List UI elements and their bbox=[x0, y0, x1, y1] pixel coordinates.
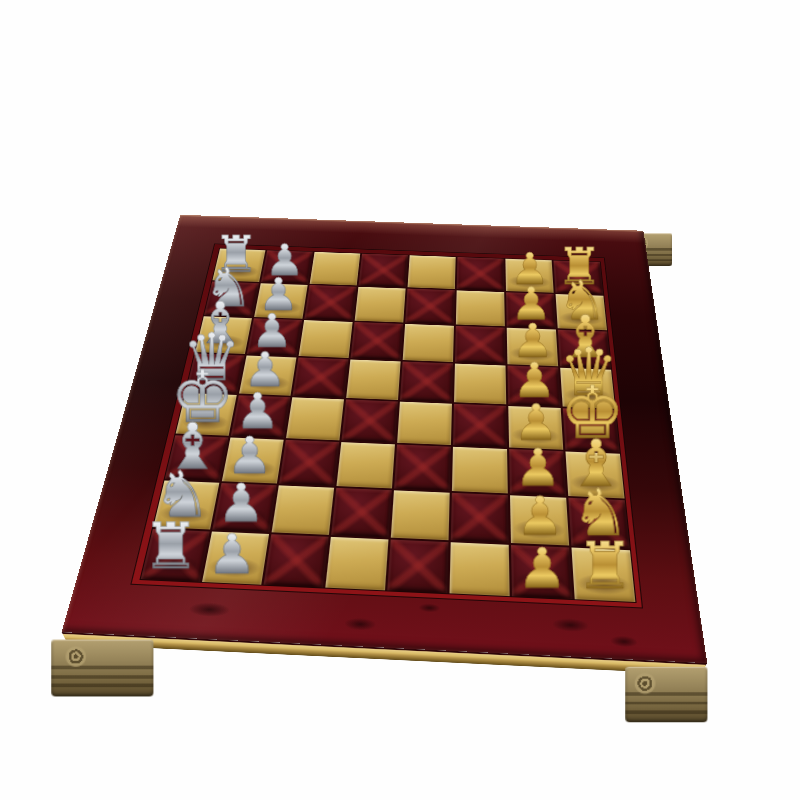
square-h2[interactable]: ♟ bbox=[511, 545, 572, 599]
piece-black-rook-h8[interactable]: ♜ bbox=[142, 514, 199, 578]
square-h4[interactable] bbox=[387, 540, 448, 594]
square-a4[interactable] bbox=[408, 255, 456, 289]
square-g3[interactable] bbox=[451, 493, 509, 543]
square-a6[interactable] bbox=[310, 252, 361, 286]
square-h3[interactable] bbox=[450, 542, 510, 596]
square-h5[interactable] bbox=[325, 537, 388, 591]
square-g6[interactable] bbox=[272, 485, 335, 535]
square-d6[interactable] bbox=[293, 357, 349, 397]
square-c6[interactable] bbox=[299, 320, 353, 358]
board-inner-border: ♜♟♟♜♞♟♟♞♝♟♟♝♛♟♟♛♚♟♟♚♝♟♟♝♞♟♟♞♜♟♟♜ bbox=[132, 244, 642, 607]
square-h7[interactable]: ♟ bbox=[202, 532, 269, 585]
square-e4[interactable] bbox=[397, 402, 452, 445]
gloss-reflection bbox=[344, 618, 376, 631]
square-e3[interactable] bbox=[453, 404, 507, 448]
square-f3[interactable] bbox=[452, 447, 508, 494]
gloss-reflection bbox=[552, 618, 588, 632]
gloss-reflection bbox=[188, 602, 230, 617]
square-d4[interactable] bbox=[400, 362, 453, 403]
chess-board: ♜♟♟♜♞♟♟♞♝♟♟♝♛♟♟♛♚♟♟♚♝♟♟♝♞♟♟♞♜♟♟♜ bbox=[62, 215, 708, 663]
square-e5[interactable] bbox=[341, 399, 397, 442]
square-c3[interactable] bbox=[455, 326, 506, 364]
piece-white-pawn-h2[interactable]: ♟ bbox=[517, 540, 567, 596]
photo-scene: ♜♟♟♜♞♟♟♞♝♟♟♝♛♟♟♛♚♟♟♚♝♟♟♝♞♟♟♞♜♟♟♜ bbox=[0, 0, 800, 800]
chess-grid: ♜♟♟♜♞♟♟♞♝♟♟♝♛♟♟♛♚♟♟♚♝♟♟♝♞♟♟♞♜♟♟♜ bbox=[139, 248, 636, 603]
square-f5[interactable] bbox=[336, 442, 395, 488]
square-b5[interactable] bbox=[355, 287, 406, 323]
square-b4[interactable] bbox=[405, 289, 455, 325]
square-a5[interactable] bbox=[359, 254, 408, 288]
piece-black-pawn-h7[interactable]: ♟ bbox=[207, 526, 256, 581]
square-g5[interactable] bbox=[331, 488, 392, 538]
square-g4[interactable] bbox=[391, 490, 450, 540]
square-a3[interactable] bbox=[457, 257, 504, 291]
piece-white-pawn-g2[interactable]: ♟ bbox=[516, 489, 564, 542]
square-d3[interactable] bbox=[454, 364, 506, 405]
board-foot-near-left bbox=[51, 639, 153, 696]
square-f4[interactable] bbox=[394, 444, 451, 491]
board-frame: ♜♟♟♜♞♟♟♞♝♟♟♝♛♟♟♛♚♟♟♚♝♟♟♝♞♟♟♞♜♟♟♜ bbox=[62, 215, 708, 663]
square-b3[interactable] bbox=[456, 290, 505, 326]
gloss-reflection bbox=[419, 603, 440, 612]
square-h6[interactable] bbox=[264, 534, 329, 587]
square-f6[interactable] bbox=[279, 440, 339, 486]
square-e6[interactable] bbox=[286, 397, 344, 440]
board-foot-near-right bbox=[625, 667, 707, 723]
piece-white-rook-h1[interactable]: ♜ bbox=[576, 534, 634, 599]
square-d5[interactable] bbox=[346, 359, 400, 400]
square-c4[interactable] bbox=[403, 324, 454, 362]
square-h1[interactable]: ♜ bbox=[571, 548, 635, 602]
square-h8[interactable]: ♜ bbox=[141, 529, 210, 582]
square-c5[interactable] bbox=[351, 322, 404, 360]
gloss-reflection bbox=[610, 635, 637, 647]
square-b6[interactable] bbox=[304, 285, 356, 321]
